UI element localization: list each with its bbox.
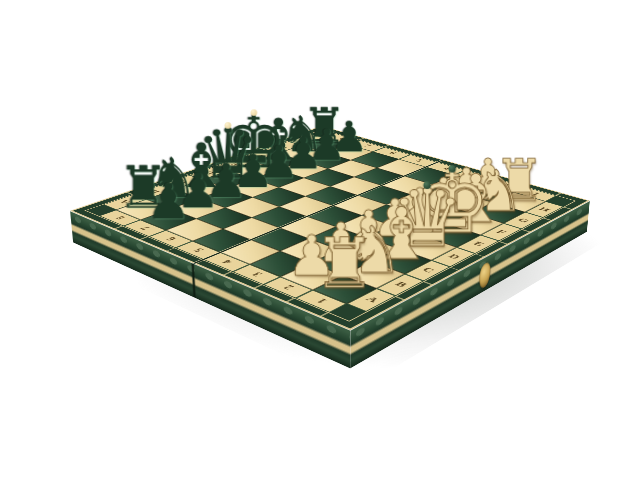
brass-clasp-icon bbox=[479, 260, 491, 290]
queen-crown-balls bbox=[423, 181, 431, 189]
piece-cream-rook[interactable]: ♜ bbox=[314, 229, 376, 298]
product-photo-canvas: AABBCCDDEEFFGGHH1122334455667788 ♜♞♝♛♚♝♞… bbox=[0, 0, 640, 494]
board-scene: AABBCCDDEEFFGGHH1122334455667788 ♜♞♝♛♚♝♞… bbox=[0, 0, 640, 494]
piece-green-pawn[interactable]: ♟ bbox=[146, 176, 190, 225]
queen-crown-balls bbox=[225, 122, 232, 129]
chess-board: AABBCCDDEEFFGGHH1122334455667788 ♜♞♝♛♚♝♞… bbox=[70, 126, 590, 331]
fold-seam-side bbox=[191, 263, 197, 299]
